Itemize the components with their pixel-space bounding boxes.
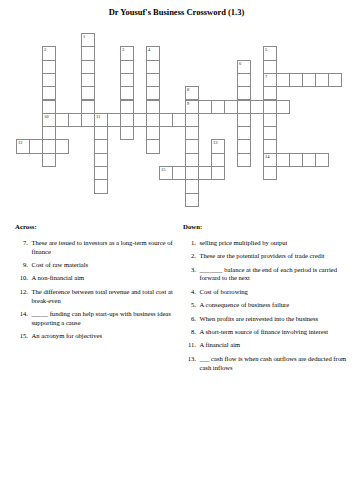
grid-cell[interactable] bbox=[94, 179, 108, 193]
grid-cell[interactable] bbox=[263, 126, 277, 140]
grid-cell[interactable]: 15 bbox=[159, 166, 173, 180]
grid-cell[interactable] bbox=[120, 86, 134, 100]
clue-number: 7. bbox=[15, 239, 28, 257]
grid-cell[interactable]: 2 bbox=[42, 46, 56, 60]
grid-cell[interactable] bbox=[302, 73, 316, 87]
clue-item: 4.Cost of borrowing bbox=[183, 288, 351, 297]
grid-cell[interactable] bbox=[198, 166, 212, 180]
grid-cell[interactable] bbox=[237, 139, 251, 153]
grid-cell[interactable] bbox=[237, 153, 251, 167]
grid-cell[interactable] bbox=[289, 153, 303, 167]
grid-cell[interactable] bbox=[146, 126, 160, 140]
grid-cell[interactable] bbox=[42, 139, 56, 153]
grid-cell[interactable] bbox=[172, 113, 186, 127]
clue-text: These are issued to investors as a long-… bbox=[32, 239, 178, 257]
grid-cell[interactable] bbox=[263, 113, 277, 127]
grid-cell[interactable]: 12 bbox=[16, 139, 30, 153]
grid-cell[interactable] bbox=[81, 113, 95, 127]
grid-cell[interactable] bbox=[120, 73, 134, 87]
clue-number: 5. bbox=[183, 301, 196, 310]
grid-cell[interactable] bbox=[211, 100, 225, 114]
clue-text: An acronym for objectives bbox=[32, 332, 178, 341]
grid-cell[interactable] bbox=[198, 100, 212, 114]
cell-number: 6 bbox=[239, 61, 241, 66]
grid-cell[interactable] bbox=[81, 73, 95, 87]
grid-cell[interactable] bbox=[42, 100, 56, 114]
clue-item: 9.Cost of raw materials bbox=[15, 261, 177, 270]
grid-cell[interactable] bbox=[42, 73, 56, 87]
clue-number: 8. bbox=[183, 328, 196, 337]
cell-number: 13 bbox=[213, 140, 218, 145]
grid-cell[interactable]: 8 bbox=[185, 86, 199, 100]
grid-cell[interactable]: 5 bbox=[263, 46, 277, 60]
cell-number: 11 bbox=[96, 114, 100, 119]
grid-cell[interactable] bbox=[276, 153, 290, 167]
down-heading: Down: bbox=[183, 223, 351, 232]
grid-cell[interactable] bbox=[263, 86, 277, 100]
grid-cell[interactable] bbox=[146, 60, 160, 74]
grid-cell[interactable] bbox=[81, 100, 95, 114]
cell-number: 4 bbox=[148, 47, 150, 52]
grid-cell[interactable] bbox=[94, 126, 108, 140]
grid-cell[interactable] bbox=[42, 86, 56, 100]
grid-cell[interactable] bbox=[94, 153, 108, 167]
grid-cell[interactable] bbox=[159, 113, 173, 127]
clue-number: 3. bbox=[183, 266, 196, 284]
clue-text: Cost of borrowing bbox=[200, 288, 352, 297]
clue-text: A financial aim bbox=[200, 341, 352, 350]
grid-cell[interactable] bbox=[263, 60, 277, 74]
down-clue-list: 1.selling price multiplied by output2.Th… bbox=[183, 239, 351, 373]
clue-text: ___ cash flow is when cash outflows are … bbox=[200, 355, 352, 373]
clue-number: 10. bbox=[15, 274, 28, 283]
grid-cell[interactable] bbox=[146, 73, 160, 87]
grid-cell[interactable] bbox=[172, 166, 186, 180]
clue-number: 2. bbox=[183, 252, 196, 261]
clue-item: 13.___ cash flow is when cash outflows a… bbox=[183, 355, 351, 373]
clue-number: 1. bbox=[183, 239, 196, 248]
grid-cell[interactable] bbox=[120, 60, 134, 74]
grid-cell[interactable] bbox=[224, 100, 238, 114]
page-title: Dr Yousuf's Business Crossword (1.3) bbox=[0, 7, 353, 17]
clue-item: 15.An acronym for objectives bbox=[15, 332, 177, 341]
grid-cell[interactable]: 9 bbox=[185, 100, 199, 114]
grid-cell[interactable] bbox=[55, 113, 69, 127]
clue-text: _____ funding can help start-ups with bu… bbox=[32, 310, 178, 328]
grid-cell[interactable] bbox=[315, 153, 329, 167]
clue-number: 12. bbox=[15, 288, 28, 306]
grid-cell[interactable] bbox=[185, 139, 199, 153]
grid-cell[interactable] bbox=[263, 139, 277, 153]
grid-cell[interactable]: 11 bbox=[94, 113, 108, 127]
cell-number: 10 bbox=[44, 114, 49, 119]
clue-text: A non-financial aim bbox=[32, 274, 178, 283]
grid-cell[interactable] bbox=[237, 86, 251, 100]
grid-cell[interactable]: 14 bbox=[263, 153, 277, 167]
clue-item: 11.A financial aim bbox=[183, 341, 351, 350]
across-clue-list: 7.These are issued to investors as a lon… bbox=[15, 239, 177, 341]
grid-cell[interactable]: 4 bbox=[146, 46, 160, 60]
across-heading: Across: bbox=[15, 223, 177, 232]
cell-number: 5 bbox=[265, 47, 267, 52]
grid-cell[interactable]: 7 bbox=[263, 73, 277, 87]
clue-text: _______ balance at the end of each perio… bbox=[200, 266, 352, 284]
grid-cell[interactable] bbox=[315, 73, 329, 87]
clue-item: 2.These are the potential providers of t… bbox=[183, 252, 351, 261]
clue-text: When profits are reinvested into the bus… bbox=[200, 315, 352, 324]
grid-cell[interactable] bbox=[68, 113, 82, 127]
grid-cell[interactable]: 13 bbox=[211, 139, 225, 153]
grid-cell[interactable]: 10 bbox=[42, 113, 56, 127]
grid-cell[interactable] bbox=[94, 139, 108, 153]
clue-item: 3._______ balance at the end of each per… bbox=[183, 266, 351, 284]
grid-cell[interactable] bbox=[120, 100, 134, 114]
grid-cell[interactable] bbox=[263, 166, 277, 180]
clue-item: 5.A consequence of business failure bbox=[183, 301, 351, 310]
grid-cell[interactable] bbox=[237, 126, 251, 140]
grid-cell[interactable]: 3 bbox=[120, 46, 134, 60]
grid-cell[interactable] bbox=[42, 60, 56, 74]
crossword-grid: 123456789101112131415 bbox=[16, 33, 346, 209]
grid-cell[interactable]: 6 bbox=[237, 60, 251, 74]
grid-cell[interactable] bbox=[146, 139, 160, 153]
grid-cell[interactable] bbox=[29, 139, 43, 153]
clue-item: 7.These are issued to investors as a lon… bbox=[15, 239, 177, 257]
grid-cell[interactable] bbox=[81, 86, 95, 100]
cell-number: 2 bbox=[44, 47, 46, 52]
cell-number: 12 bbox=[18, 140, 23, 145]
grid-cell[interactable] bbox=[133, 113, 147, 127]
grid-cell[interactable] bbox=[185, 113, 199, 127]
grid-cell[interactable] bbox=[211, 153, 225, 167]
grid-cell[interactable] bbox=[185, 166, 199, 180]
grid-cell[interactable] bbox=[185, 179, 199, 193]
across-clues-section: Across: 7.These are issued to investors … bbox=[15, 223, 177, 346]
grid-cell[interactable] bbox=[81, 46, 95, 60]
grid-cell[interactable] bbox=[55, 139, 69, 153]
grid-cell[interactable] bbox=[263, 100, 277, 114]
clue-text: Cost of raw materials bbox=[32, 261, 178, 270]
clue-number: 6. bbox=[183, 315, 196, 324]
clue-text: selling price multiplied by output bbox=[200, 239, 352, 248]
grid-cell[interactable] bbox=[211, 166, 225, 180]
grid-cell[interactable] bbox=[328, 73, 342, 87]
grid-cell[interactable] bbox=[289, 73, 303, 87]
cell-number: 3 bbox=[122, 47, 124, 52]
cell-number: 9 bbox=[187, 101, 189, 106]
grid-cell[interactable] bbox=[237, 73, 251, 87]
grid-cell[interactable] bbox=[42, 153, 56, 167]
clue-number: 4. bbox=[183, 288, 196, 297]
grid-cell[interactable] bbox=[120, 126, 134, 140]
grid-cell[interactable] bbox=[250, 100, 264, 114]
clue-text: A short-term source of finance involving… bbox=[200, 328, 352, 337]
grid-cell[interactable] bbox=[185, 153, 199, 167]
clue-text: The difference between total revenue and… bbox=[32, 288, 178, 306]
clue-number: 9. bbox=[15, 261, 28, 270]
grid-cell[interactable] bbox=[146, 100, 160, 114]
grid-cell[interactable]: 1 bbox=[81, 33, 95, 47]
grid-cell[interactable] bbox=[107, 113, 121, 127]
grid-cell[interactable] bbox=[237, 100, 251, 114]
grid-cell[interactable] bbox=[276, 100, 290, 114]
clue-number: 14. bbox=[15, 310, 28, 328]
grid-cell[interactable] bbox=[120, 113, 134, 127]
cell-number: 14 bbox=[265, 154, 270, 159]
cell-number: 1 bbox=[83, 34, 85, 39]
clue-item: 8.A short-term source of finance involvi… bbox=[183, 328, 351, 337]
page: { "title": "Dr Yousuf's Business Crosswo… bbox=[0, 0, 353, 500]
grid-cell[interactable] bbox=[81, 60, 95, 74]
grid-cell[interactable] bbox=[94, 166, 108, 180]
clue-number: 13. bbox=[183, 355, 196, 373]
clue-text: A consequence of business failure bbox=[200, 301, 352, 310]
grid-cell[interactable] bbox=[237, 113, 251, 127]
clue-item: 6.When profits are reinvested into the b… bbox=[183, 315, 351, 324]
clue-item: 1.selling price multiplied by output bbox=[183, 239, 351, 248]
grid-cell[interactable] bbox=[185, 193, 199, 207]
cell-number: 15 bbox=[161, 167, 166, 172]
clue-number: 11. bbox=[183, 341, 196, 350]
grid-cell[interactable] bbox=[146, 113, 160, 127]
down-clues-section: Down: 1.selling price multiplied by outp… bbox=[183, 223, 351, 377]
clue-item: 12.The difference between total revenue … bbox=[15, 288, 177, 306]
grid-cell[interactable] bbox=[276, 73, 290, 87]
clue-text: These are the potential providers of tra… bbox=[200, 252, 352, 261]
grid-cell[interactable] bbox=[302, 153, 316, 167]
cell-number: 8 bbox=[187, 87, 189, 92]
grid-cell[interactable] bbox=[185, 126, 199, 140]
grid-cell[interactable] bbox=[146, 86, 160, 100]
grid-cell[interactable] bbox=[42, 126, 56, 140]
cell-number: 7 bbox=[265, 74, 267, 79]
clue-item: 14._____ funding can help start-ups with… bbox=[15, 310, 177, 328]
clue-number: 15. bbox=[15, 332, 28, 341]
clue-item: 10.A non-financial aim bbox=[15, 274, 177, 283]
